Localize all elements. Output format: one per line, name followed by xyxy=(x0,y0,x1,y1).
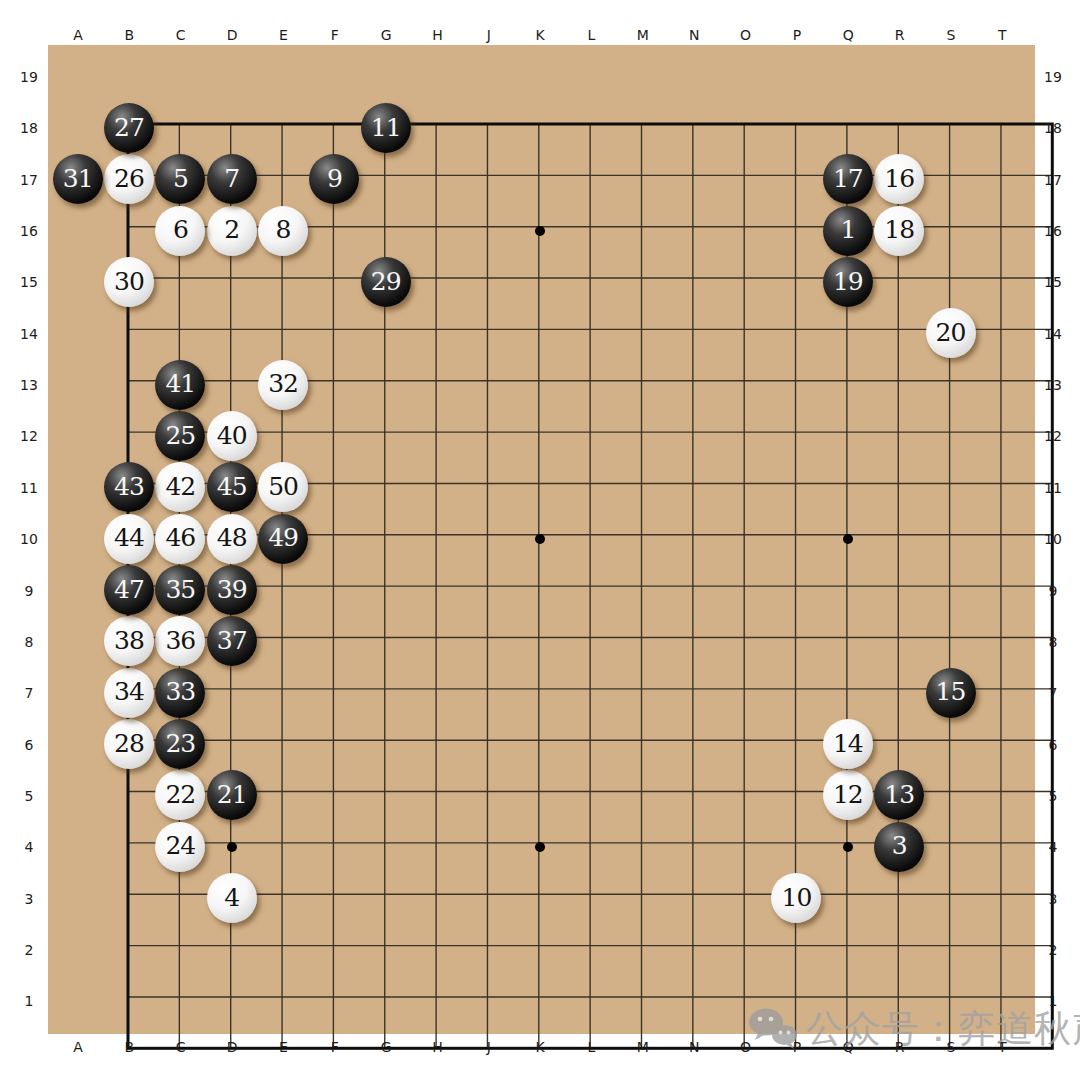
move-number: 46 xyxy=(165,525,195,550)
row-label-left-10: 10 xyxy=(20,531,38,547)
stone-white-46[interactable]: 46 xyxy=(155,514,205,564)
col-label-top-M: M xyxy=(637,27,649,43)
move-number: 29 xyxy=(371,269,401,294)
row-label-right-16: 16 xyxy=(1044,223,1062,239)
row-label-left-11: 11 xyxy=(20,480,38,496)
row-label-right-3: 3 xyxy=(1049,891,1058,907)
move-number: 19 xyxy=(833,269,863,294)
stone-black-31[interactable]: 31 xyxy=(53,154,103,204)
col-label-top-B: B xyxy=(125,27,135,43)
move-number: 6 xyxy=(173,217,188,242)
move-number: 17 xyxy=(833,166,863,191)
stone-white-36[interactable]: 36 xyxy=(155,616,205,666)
row-label-left-16: 16 xyxy=(20,223,38,239)
stone-black-39[interactable]: 39 xyxy=(207,565,257,615)
row-label-left-1: 1 xyxy=(25,993,34,1009)
move-number: 1 xyxy=(840,217,855,242)
move-number: 9 xyxy=(327,166,342,191)
stone-white-2[interactable]: 2 xyxy=(207,206,257,256)
row-label-right-8: 8 xyxy=(1049,634,1058,650)
col-label-bottom-D: D xyxy=(227,1039,238,1055)
col-label-bottom-N: N xyxy=(689,1039,699,1055)
row-label-left-4: 4 xyxy=(25,839,34,855)
col-label-bottom-K: K xyxy=(536,1039,545,1055)
move-number: 32 xyxy=(268,371,298,396)
col-label-top-R: R xyxy=(895,27,905,43)
move-number: 47 xyxy=(114,577,144,602)
col-label-bottom-J: J xyxy=(487,1039,491,1055)
move-number: 13 xyxy=(884,782,914,807)
watermark-text: 公众号：弈道秋声 xyxy=(806,1004,1080,1054)
move-number: 21 xyxy=(217,782,247,807)
row-label-left-2: 2 xyxy=(25,942,34,958)
col-label-top-D: D xyxy=(227,27,238,43)
board-grid[interactable]: 1234567891011121314151617181920212223242… xyxy=(52,51,1028,1027)
wechat-watermark: 公众号：弈道秋声 xyxy=(748,1004,1080,1054)
move-number: 45 xyxy=(217,474,247,499)
wechat-icon xyxy=(748,1007,798,1051)
stone-white-34[interactable]: 34 xyxy=(104,668,154,718)
row-label-left-13: 13 xyxy=(20,377,38,393)
row-label-right-14: 14 xyxy=(1044,326,1062,342)
col-label-top-J: J xyxy=(487,27,491,43)
col-label-top-A: A xyxy=(73,27,83,43)
stone-black-3[interactable]: 3 xyxy=(874,822,924,872)
row-label-right-11: 11 xyxy=(1044,480,1062,496)
stone-black-5[interactable]: 5 xyxy=(155,154,205,204)
move-number: 12 xyxy=(833,782,863,807)
move-number: 22 xyxy=(165,782,195,807)
col-label-bottom-G: G xyxy=(381,1039,392,1055)
row-label-right-17: 17 xyxy=(1044,172,1062,188)
row-label-left-3: 3 xyxy=(25,891,34,907)
stone-black-13[interactable]: 13 xyxy=(874,770,924,820)
move-number: 37 xyxy=(217,628,247,653)
move-number: 28 xyxy=(114,731,144,756)
stone-black-35[interactable]: 35 xyxy=(155,565,205,615)
row-label-left-18: 18 xyxy=(20,120,38,136)
row-label-left-12: 12 xyxy=(20,428,38,444)
col-label-bottom-C: C xyxy=(176,1039,186,1055)
col-label-top-T: T xyxy=(998,27,1007,43)
move-number: 42 xyxy=(165,474,195,499)
col-label-bottom-M: M xyxy=(637,1039,649,1055)
stone-white-30[interactable]: 30 xyxy=(104,257,154,307)
stone-black-37[interactable]: 37 xyxy=(207,616,257,666)
move-number: 41 xyxy=(165,371,195,396)
stone-black-49[interactable]: 49 xyxy=(258,514,308,564)
move-number: 36 xyxy=(165,628,195,653)
move-number: 44 xyxy=(114,525,144,550)
move-number: 48 xyxy=(217,525,247,550)
stone-white-48[interactable]: 48 xyxy=(207,514,257,564)
move-number: 7 xyxy=(224,166,239,191)
move-number: 23 xyxy=(165,731,195,756)
row-label-right-19: 19 xyxy=(1044,69,1062,85)
row-label-right-15: 15 xyxy=(1044,274,1062,290)
col-label-bottom-A: A xyxy=(73,1039,83,1055)
col-label-top-F: F xyxy=(331,27,339,43)
stone-black-11[interactable]: 11 xyxy=(361,103,411,153)
row-label-right-6: 6 xyxy=(1049,737,1058,753)
row-label-left-5: 5 xyxy=(25,788,34,804)
row-label-right-2: 2 xyxy=(1049,942,1058,958)
row-label-left-7: 7 xyxy=(25,685,34,701)
row-label-right-9: 9 xyxy=(1049,583,1058,599)
stone-black-23[interactable]: 23 xyxy=(155,719,205,769)
row-label-right-5: 5 xyxy=(1049,788,1058,804)
col-label-top-E: E xyxy=(279,27,288,43)
move-number: 16 xyxy=(884,166,914,191)
move-number: 38 xyxy=(114,628,144,653)
stone-white-12[interactable]: 12 xyxy=(823,770,873,820)
stone-black-17[interactable]: 17 xyxy=(823,154,873,204)
stone-black-27[interactable]: 27 xyxy=(104,103,154,153)
move-number: 15 xyxy=(936,679,966,704)
col-label-top-Q: Q xyxy=(843,27,854,43)
stone-white-24[interactable]: 24 xyxy=(155,822,205,872)
col-label-top-H: H xyxy=(432,27,443,43)
move-number: 14 xyxy=(833,731,863,756)
stone-white-50[interactable]: 50 xyxy=(258,462,308,512)
stone-white-28[interactable]: 28 xyxy=(104,719,154,769)
move-number: 11 xyxy=(371,115,401,140)
move-number: 49 xyxy=(268,525,298,550)
move-number: 35 xyxy=(165,577,195,602)
col-label-bottom-E: E xyxy=(279,1039,288,1055)
row-label-left-17: 17 xyxy=(20,172,38,188)
row-label-right-4: 4 xyxy=(1049,839,1058,855)
col-label-top-G: G xyxy=(381,27,392,43)
col-label-bottom-L: L xyxy=(588,1039,596,1055)
move-number: 4 xyxy=(224,885,239,910)
move-number: 50 xyxy=(268,474,298,499)
stone-white-32[interactable]: 32 xyxy=(258,360,308,410)
stone-white-16[interactable]: 16 xyxy=(874,154,924,204)
move-number: 20 xyxy=(936,320,966,345)
stone-white-22[interactable]: 22 xyxy=(155,770,205,820)
move-number: 18 xyxy=(884,217,914,242)
move-number: 2 xyxy=(224,217,239,242)
move-number: 39 xyxy=(217,577,247,602)
move-number: 40 xyxy=(217,423,247,448)
row-label-right-10: 10 xyxy=(1044,531,1062,547)
stone-white-6[interactable]: 6 xyxy=(155,206,205,256)
move-number: 27 xyxy=(114,115,144,140)
move-number: 34 xyxy=(114,679,144,704)
move-number: 5 xyxy=(173,166,188,191)
row-label-left-8: 8 xyxy=(25,634,34,650)
stone-black-7[interactable]: 7 xyxy=(207,154,257,204)
stone-black-47[interactable]: 47 xyxy=(104,565,154,615)
col-label-top-L: L xyxy=(588,27,596,43)
stone-black-19[interactable]: 19 xyxy=(823,257,873,307)
col-label-top-N: N xyxy=(689,27,699,43)
col-label-top-P: P xyxy=(793,27,801,43)
row-label-left-19: 19 xyxy=(20,69,38,85)
stone-white-44[interactable]: 44 xyxy=(104,514,154,564)
stone-black-15[interactable]: 15 xyxy=(926,668,976,718)
stone-black-25[interactable]: 25 xyxy=(155,411,205,461)
row-label-right-7: 7 xyxy=(1049,685,1058,701)
stone-white-38[interactable]: 38 xyxy=(104,616,154,666)
move-number: 24 xyxy=(165,833,195,858)
stone-white-20[interactable]: 20 xyxy=(926,308,976,358)
stone-black-1[interactable]: 1 xyxy=(823,206,873,256)
row-label-left-14: 14 xyxy=(20,326,38,342)
col-label-top-S: S xyxy=(946,27,955,43)
move-number: 31 xyxy=(63,166,93,191)
move-number: 8 xyxy=(276,217,291,242)
stone-white-42[interactable]: 42 xyxy=(155,462,205,512)
move-number: 33 xyxy=(165,679,195,704)
stone-black-45[interactable]: 45 xyxy=(207,462,257,512)
move-number: 30 xyxy=(114,269,144,294)
row-label-left-15: 15 xyxy=(20,274,38,290)
move-number: 3 xyxy=(892,833,907,858)
col-label-bottom-H: H xyxy=(432,1039,443,1055)
col-label-bottom-B: B xyxy=(125,1039,135,1055)
stone-white-8[interactable]: 8 xyxy=(258,206,308,256)
move-number: 43 xyxy=(114,474,144,499)
stone-white-26[interactable]: 26 xyxy=(104,154,154,204)
row-label-right-18: 18 xyxy=(1044,120,1062,136)
row-label-left-6: 6 xyxy=(25,737,34,753)
stone-black-43[interactable]: 43 xyxy=(104,462,154,512)
stone-white-4[interactable]: 4 xyxy=(207,873,257,923)
stone-white-14[interactable]: 14 xyxy=(823,719,873,769)
col-label-top-K: K xyxy=(536,27,545,43)
col-label-top-O: O xyxy=(740,27,751,43)
row-label-right-12: 12 xyxy=(1044,428,1062,444)
stone-black-9[interactable]: 9 xyxy=(309,154,359,204)
move-number: 10 xyxy=(782,885,812,910)
stone-black-41[interactable]: 41 xyxy=(155,360,205,410)
move-number: 25 xyxy=(165,423,195,448)
col-label-top-C: C xyxy=(176,27,186,43)
stone-white-40[interactable]: 40 xyxy=(207,411,257,461)
go-diagram-page: 1234567891011121314151617181920212223242… xyxy=(0,0,1080,1080)
stone-black-21[interactable]: 21 xyxy=(207,770,257,820)
stone-white-18[interactable]: 18 xyxy=(874,206,924,256)
move-number: 26 xyxy=(114,166,144,191)
stone-black-33[interactable]: 33 xyxy=(155,668,205,718)
col-label-bottom-F: F xyxy=(331,1039,339,1055)
row-label-left-9: 9 xyxy=(25,583,34,599)
row-label-right-13: 13 xyxy=(1044,377,1062,393)
stone-black-29[interactable]: 29 xyxy=(361,257,411,307)
stone-white-10[interactable]: 10 xyxy=(771,873,821,923)
